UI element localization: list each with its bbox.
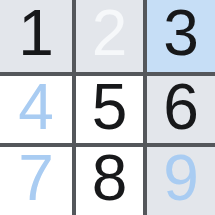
sudoku-cell-r3c3[interactable]: 9 <box>147 147 215 215</box>
sudoku-cell-r1c3[interactable]: 3 <box>147 0 215 72</box>
sudoku-cell-r1c2[interactable]: 2 <box>76 0 143 72</box>
sudoku-cell-r2c3[interactable]: 6 <box>147 76 215 143</box>
sudoku-board: 1 2 3 4 5 6 7 8 9 <box>0 0 215 215</box>
sudoku-cell-r3c1[interactable]: 7 <box>0 147 72 215</box>
sudoku-cell-r2c1[interactable]: 4 <box>0 76 72 143</box>
sudoku-cell-r2c2[interactable]: 5 <box>76 76 143 143</box>
sudoku-cell-r3c2[interactable]: 8 <box>76 147 143 215</box>
sudoku-cell-r1c1[interactable]: 1 <box>0 0 72 72</box>
